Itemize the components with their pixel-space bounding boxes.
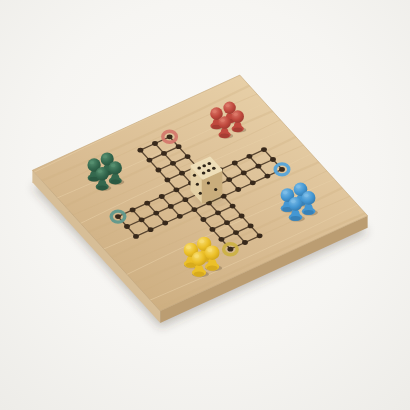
peg-head [205, 245, 220, 260]
hole-r7c4[interactable] [177, 214, 183, 219]
peg-highlight [186, 245, 191, 249]
peg-highlight [283, 191, 288, 195]
die-pip [202, 171, 206, 174]
hole-r7c3[interactable] [162, 221, 168, 226]
peg-highlight [212, 110, 216, 113]
hole-r2c5[interactable] [147, 158, 153, 163]
hole-r5c9[interactable] [232, 161, 238, 166]
hole-r10c5[interactable] [219, 237, 225, 242]
die-pip [214, 188, 217, 191]
die-pip [208, 162, 212, 165]
hole-r6c8[interactable] [226, 177, 232, 182]
hole-r6c2[interactable] [139, 217, 145, 222]
hole-r11c7[interactable] [257, 233, 263, 238]
peg-head [231, 110, 244, 123]
die-pip [202, 164, 206, 167]
die-pip [196, 183, 199, 186]
peg-highlight [233, 113, 237, 116]
hole-r4c6[interactable] [179, 171, 185, 176]
hole-r8c5[interactable] [201, 217, 207, 222]
die-pip [199, 192, 202, 195]
peg-highlight [207, 248, 212, 252]
hole-r9c6[interactable] [224, 220, 230, 225]
hole-r11c5[interactable] [228, 247, 234, 252]
hole-r7c10[interactable] [265, 174, 271, 179]
peg-base-shade [110, 180, 120, 185]
die-pip [193, 174, 196, 177]
hole-r2c6[interactable] [161, 151, 167, 156]
peg-highlight [304, 194, 309, 198]
peg-highlight [98, 170, 103, 173]
hole-r7c8[interactable] [235, 187, 241, 192]
peg-highlight [296, 185, 301, 188]
peg-highlight [111, 164, 116, 167]
hole-r11c6[interactable] [242, 240, 248, 245]
peg-base-shade [97, 186, 107, 191]
peg-base-shade [290, 216, 300, 221]
hole-r5c10[interactable] [247, 154, 253, 159]
hole-r9c7[interactable] [239, 214, 245, 219]
peg-highlight [194, 254, 199, 258]
peg-base-shade [220, 134, 229, 138]
hole-r7c11[interactable] [279, 167, 285, 172]
hole-r6c1[interactable] [124, 224, 130, 229]
hole-r4c5[interactable] [165, 178, 171, 183]
hole-r8c7[interactable] [230, 204, 236, 209]
hole-r5c4[interactable] [159, 194, 165, 199]
hole-r3c7[interactable] [185, 154, 191, 159]
hole-r6c11[interactable] [270, 157, 276, 162]
hole-r5c5[interactable] [174, 187, 180, 192]
hole-r5c3[interactable] [144, 201, 150, 206]
die-pip [212, 167, 216, 170]
peg-head [109, 161, 122, 174]
die-pip [207, 169, 211, 172]
hole-r6c10[interactable] [256, 164, 262, 169]
peg-head [218, 116, 231, 129]
hole-r3c5[interactable] [156, 168, 162, 173]
hole-r7c9[interactable] [250, 180, 256, 185]
peg-highlight [291, 200, 296, 204]
peg-head [95, 167, 108, 180]
hole-r5c2[interactable] [130, 208, 136, 213]
hole-r7c5[interactable] [192, 207, 198, 212]
peg-highlight [220, 119, 224, 122]
hole-r8c6[interactable] [215, 210, 221, 215]
peg-base-shade [207, 265, 218, 270]
ludo-board [0, 0, 410, 410]
product-photo-stage: ludo [0, 0, 410, 410]
hole-r10c6[interactable] [233, 230, 239, 235]
peg-highlight [90, 161, 95, 164]
hole-r1c7[interactable] [167, 134, 173, 139]
hole-r7c2[interactable] [148, 227, 154, 232]
hole-r6c4[interactable] [168, 204, 174, 209]
hole-r1c6[interactable] [152, 141, 158, 146]
peg-head [302, 191, 316, 205]
hole-r3c6[interactable] [170, 161, 176, 166]
peg-base-shade [233, 128, 242, 132]
hole-r9c5[interactable] [210, 227, 216, 232]
die-pip [207, 182, 210, 185]
peg-base-shade [194, 271, 205, 276]
die-pip [197, 167, 201, 170]
hole-r6c3[interactable] [153, 211, 159, 216]
peg-head [289, 197, 303, 211]
hole-r5c1[interactable] [115, 214, 121, 219]
hole-r1c5[interactable] [138, 148, 144, 153]
hole-r7c1[interactable] [133, 234, 139, 239]
hole-r6c9[interactable] [241, 171, 247, 176]
peg-highlight [199, 239, 204, 243]
peg-head [192, 251, 207, 266]
hole-r5c11[interactable] [261, 147, 267, 152]
hole-r6c5[interactable] [183, 197, 189, 202]
peg-highlight [225, 104, 229, 107]
peg-base-shade [304, 210, 314, 215]
hole-r10c7[interactable] [248, 224, 254, 229]
peg-highlight [103, 155, 108, 158]
hole-r2c7[interactable] [176, 144, 182, 149]
